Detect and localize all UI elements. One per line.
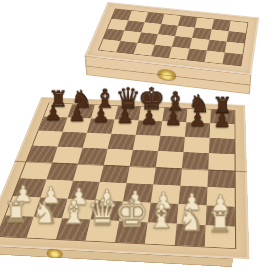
square-d2: ♟	[91, 200, 123, 221]
square-f4	[153, 167, 182, 185]
square-h7: ♟	[210, 123, 235, 139]
square-e1: ♚	[115, 221, 148, 243]
square-d3	[95, 182, 126, 202]
box-lid-checkerboard	[99, 9, 247, 66]
square-a1: ♜	[0, 215, 34, 237]
square-f8: ♝	[162, 108, 187, 123]
lid-square	[204, 51, 224, 64]
square-e5	[130, 150, 158, 167]
square-e3	[123, 183, 153, 203]
square-e8: ♚	[139, 107, 165, 121]
square-h6	[209, 138, 235, 154]
square-d7: ♟	[111, 119, 138, 134]
square-g4	[180, 168, 208, 187]
lid-square	[222, 52, 242, 65]
box-clasp-icon	[158, 69, 175, 81]
square-h2: ♟	[206, 205, 235, 226]
square-h4	[207, 169, 234, 188]
square-h8: ♜	[210, 110, 234, 125]
square-c2: ♟	[62, 199, 95, 220]
square-g3	[179, 186, 208, 206]
folded-chess-box	[86, 20, 257, 94]
square-f5	[156, 151, 184, 168]
square-f7: ♟	[160, 121, 186, 136]
square-f2: ♟	[148, 203, 179, 224]
square-h5	[208, 153, 234, 171]
chess-set-product-photo: ♜♞♝♛♚♝♞♜♟♟♟♟♟♟♟♟♟♟♟♟♟♟♟♟♜♞♝♛♚♝♞♜	[0, 0, 280, 280]
square-g8: ♞	[186, 109, 211, 124]
board-grid: ♜♞♝♛♚♝♞♜♟♟♟♟♟♟♟♟♟♟♟♟♟♟♟♟♜♞♝♛♚♝♞♜	[0, 103, 235, 248]
square-d4	[100, 165, 130, 183]
square-e7: ♟	[136, 120, 163, 135]
square-f3	[151, 184, 181, 204]
square-c7: ♟	[87, 118, 115, 133]
square-a5	[27, 146, 58, 163]
square-g5	[182, 152, 209, 169]
square-e4	[126, 166, 155, 184]
board-surface: ♜♞♝♛♚♝♞♜♟♟♟♟♟♟♟♟♟♟♟♟♟♟♟♟♜♞♝♛♚♝♞♜	[0, 97, 249, 259]
square-g2: ♟	[177, 204, 207, 225]
square-g1: ♞	[175, 224, 206, 247]
square-d8: ♛	[115, 106, 141, 120]
square-d5	[104, 149, 133, 166]
square-f1: ♝	[145, 222, 177, 245]
square-d1: ♛	[86, 220, 120, 242]
square-h1: ♜	[205, 225, 235, 248]
square-e6	[133, 135, 160, 151]
square-c6	[83, 133, 112, 149]
open-chessboard: ♜♞♝♛♚♝♞♜♟♟♟♟♟♟♟♟♟♟♟♟♟♟♟♟♜♞♝♛♚♝♞♜	[0, 104, 249, 268]
square-e2: ♟	[119, 201, 151, 222]
square-g7: ♟	[185, 122, 210, 137]
square-g6	[183, 137, 209, 153]
square-c4	[73, 164, 104, 182]
square-h3	[207, 187, 235, 207]
square-d6	[108, 134, 136, 150]
square-f6	[158, 136, 185, 152]
board-clasp-icon	[47, 249, 61, 258]
square-c8: ♝	[91, 105, 118, 119]
